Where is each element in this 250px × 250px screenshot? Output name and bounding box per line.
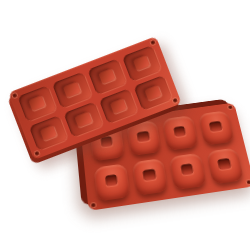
cavity-center-plateau (144, 85, 161, 100)
cavity-center-plateau (63, 82, 80, 97)
mold-bump (197, 110, 234, 145)
mold-cavity (29, 115, 69, 151)
bump-recess (137, 131, 150, 142)
mold-bump (131, 158, 168, 196)
cavity-center-plateau (98, 69, 115, 84)
cavity-center-plateau (40, 125, 57, 140)
mold-bump (169, 152, 207, 190)
bump-recess (143, 169, 156, 181)
bump-recess (105, 175, 118, 187)
mold-bump (94, 163, 130, 202)
cavity-center-plateau (75, 112, 92, 127)
mold-bump (162, 115, 198, 150)
corner-hole (246, 180, 250, 184)
mold-bump (205, 147, 244, 185)
mold-cavity (98, 88, 138, 124)
cavity-center-plateau (133, 56, 150, 71)
mold-cavity (63, 101, 103, 137)
mold-cavity (17, 85, 57, 121)
mold-cavity (122, 45, 162, 81)
mold-cavity (133, 75, 173, 111)
bump-recess (173, 126, 186, 137)
bump-recess (209, 121, 222, 132)
bump-recess (180, 164, 193, 176)
bump-recess (218, 158, 231, 170)
mold-cavity (52, 72, 92, 108)
cavity-center-plateau (109, 98, 126, 113)
mold-cavity (87, 58, 127, 94)
product-photo (0, 0, 250, 250)
cavity-center-plateau (29, 96, 46, 111)
